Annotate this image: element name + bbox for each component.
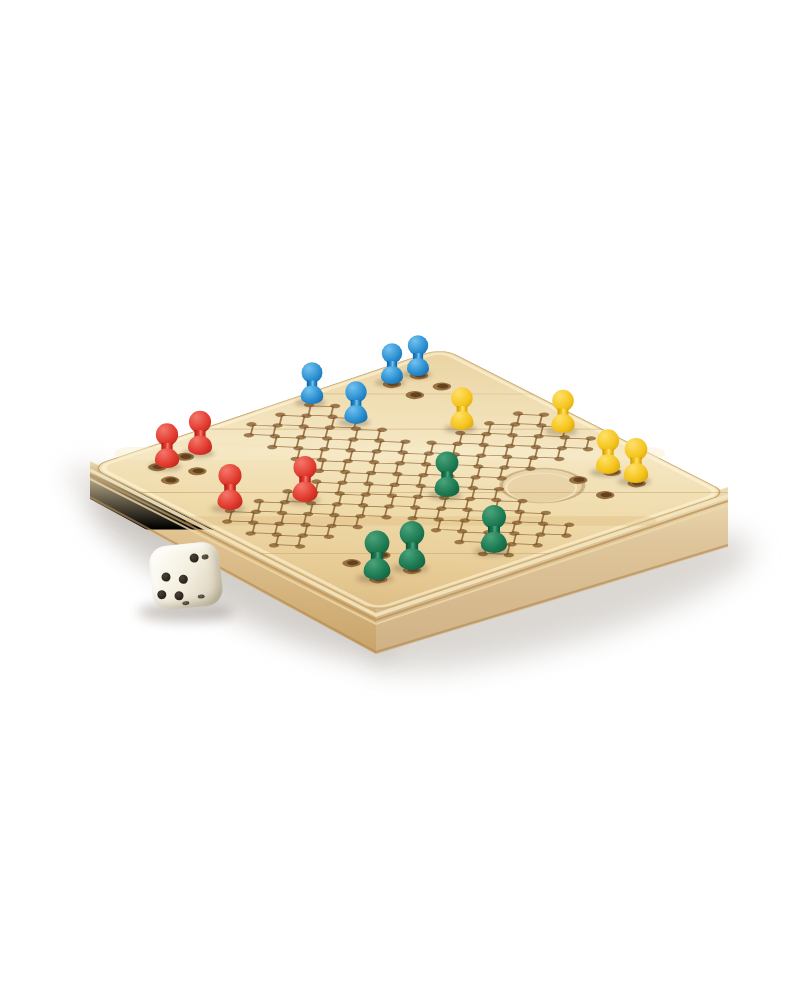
- peg-blue-1[interactable]: [301, 362, 324, 404]
- die-pip-five-face: [174, 591, 184, 601]
- peg-base: [218, 490, 243, 510]
- ludo-board: [0, 0, 809, 1000]
- peg-red-3[interactable]: [218, 464, 243, 510]
- peg-base: [155, 448, 179, 468]
- peg-base: [381, 366, 403, 384]
- peg-base: [551, 414, 574, 433]
- peg-base: [450, 411, 473, 430]
- peg-base: [301, 386, 324, 404]
- peg-green-4[interactable]: [399, 521, 426, 570]
- peg-base: [624, 463, 648, 483]
- peg-yellow-2[interactable]: [551, 390, 574, 433]
- peg-green-1[interactable]: [435, 451, 460, 497]
- peg-base: [407, 358, 429, 376]
- die-pip-five-face: [161, 573, 171, 583]
- die-pip-five-face: [179, 574, 189, 584]
- peg-base: [481, 532, 507, 553]
- peg-red-4[interactable]: [293, 456, 318, 502]
- product-photo-stage: [0, 0, 809, 1000]
- die[interactable]: [151, 544, 221, 608]
- peg-red-1[interactable]: [155, 423, 179, 468]
- peg-base: [364, 558, 391, 580]
- peg-green-2[interactable]: [481, 505, 507, 553]
- peg-base: [188, 436, 212, 455]
- peg-yellow-1[interactable]: [450, 387, 473, 430]
- peg-red-2[interactable]: [188, 411, 212, 455]
- peg-base: [293, 482, 318, 502]
- peg-base: [344, 405, 367, 424]
- peg-base: [435, 477, 460, 497]
- peg-blue-3[interactable]: [381, 343, 403, 384]
- die-pip-five-face: [157, 590, 167, 600]
- peg-blue-4[interactable]: [407, 335, 429, 376]
- die-pip-front-face: [182, 601, 189, 606]
- peg-yellow-4[interactable]: [624, 438, 648, 483]
- peg-yellow-3[interactable]: [596, 429, 620, 474]
- die-pip-side-face: [201, 554, 208, 560]
- peg-blue-2[interactable]: [344, 381, 367, 424]
- die-pip-five-face: [189, 553, 199, 563]
- peg-base: [596, 454, 620, 474]
- peg-base: [399, 549, 426, 570]
- die-pip-front-face: [197, 594, 204, 599]
- die-face-five: [148, 541, 224, 612]
- peg-green-3[interactable]: [364, 531, 391, 580]
